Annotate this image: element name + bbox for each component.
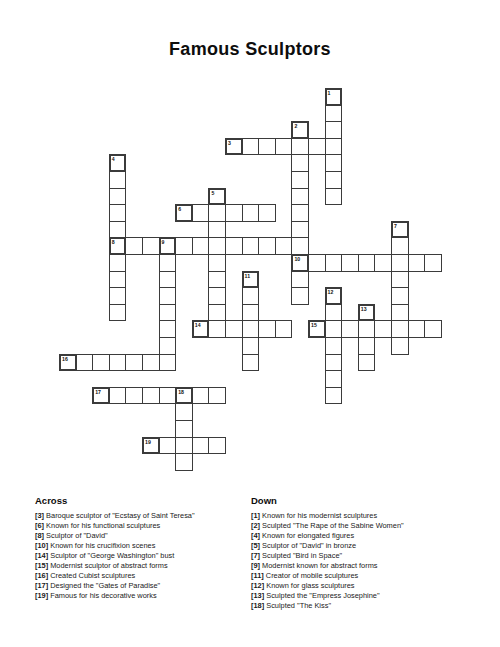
cell-number: 8 <box>112 239 115 245</box>
cell-r12c16[interactable]: 12 <box>325 287 343 305</box>
cell-number: 15 <box>311 322 317 328</box>
cell-r15c18[interactable] <box>358 337 376 355</box>
cell-r8c9[interactable] <box>208 221 226 239</box>
cell-r16c6[interactable] <box>159 354 177 372</box>
cell-r14c22[interactable] <box>424 320 442 338</box>
cell-r14c9[interactable] <box>208 320 226 338</box>
cell-r14c11[interactable] <box>242 320 260 338</box>
cell-r18c2[interactable]: 17 <box>92 387 110 405</box>
cell-r18c6[interactable] <box>159 387 177 405</box>
cell-r10c3[interactable] <box>109 254 127 272</box>
clue-number-label: [1] <box>251 511 260 520</box>
cell-r13c11[interactable] <box>242 304 260 322</box>
clue-number-label: [8] <box>35 531 44 540</box>
cell-r7c12[interactable] <box>258 204 276 222</box>
cell-number: 7 <box>394 223 397 229</box>
clue-number-label: [4] <box>251 531 260 540</box>
clue-number-label: [17] <box>35 581 48 590</box>
across-clue-6: [6] Known for his functional sculptures <box>35 521 245 531</box>
cell-r21c7[interactable] <box>175 437 193 455</box>
crossword-page: Famous Sculptors 12345678910111213141516… <box>0 0 500 647</box>
cell-r0c16[interactable]: 1 <box>325 88 343 106</box>
cell-r6c16[interactable] <box>325 188 343 206</box>
cell-r13c18[interactable]: 13 <box>358 304 376 322</box>
cell-r21c6[interactable] <box>159 437 177 455</box>
cell-r8c3[interactable] <box>109 221 127 239</box>
cell-r12c11[interactable] <box>242 287 260 305</box>
across-clue-15: [15] Modernist sculptor of abstract form… <box>35 561 245 571</box>
cell-r8c20[interactable]: 7 <box>391 221 409 239</box>
cell-r3c14[interactable] <box>291 138 309 156</box>
cell-r4c14[interactable] <box>291 154 309 172</box>
clue-number-label: [9] <box>251 561 260 570</box>
across-clue-3: [3] Baroque sculptor of "Ecstasy of Sain… <box>35 511 245 521</box>
cell-r13c3[interactable] <box>109 304 127 322</box>
cell-r11c9[interactable] <box>208 271 226 289</box>
down-clue-list: [1] Known for his modernist sculptures[2… <box>251 511 486 611</box>
cell-number: 13 <box>361 306 367 312</box>
cell-number: 17 <box>95 389 101 395</box>
cell-r16c18[interactable] <box>358 354 376 372</box>
cell-r10c20[interactable] <box>391 254 409 272</box>
cell-r11c3[interactable] <box>109 271 127 289</box>
cell-r7c3[interactable] <box>109 204 127 222</box>
cell-r16c1[interactable] <box>76 354 94 372</box>
cell-r14c8[interactable]: 14 <box>192 320 210 338</box>
clue-number-label: [13] <box>251 591 264 600</box>
cell-r14c21[interactable] <box>408 320 426 338</box>
clue-number-label: [11] <box>251 571 264 580</box>
cell-r7c14[interactable] <box>291 204 309 222</box>
cell-r14c12[interactable] <box>258 320 276 338</box>
clue-number-label: [3] <box>35 511 44 520</box>
clue-number-label: [10] <box>35 541 48 550</box>
down-header: Down <box>251 496 486 506</box>
cell-r20c7[interactable] <box>175 420 193 438</box>
crossword-grid: 12345678910111213141516171819 <box>59 88 441 470</box>
cell-r8c14[interactable] <box>291 221 309 239</box>
page-title: Famous Sculptors <box>0 39 500 59</box>
cell-number: 18 <box>178 389 184 395</box>
down-clue-7: [7] Sculpted "Bird in Space" <box>251 551 486 561</box>
cell-r10c6[interactable] <box>159 254 177 272</box>
cell-r14c6[interactable] <box>159 320 177 338</box>
clue-number-label: [5] <box>251 541 260 550</box>
cell-r9c10[interactable] <box>225 237 243 255</box>
cell-r15c16[interactable] <box>325 337 343 355</box>
cell-r7c10[interactable] <box>225 204 243 222</box>
down-clue-12: [12] Known for glass sculptures <box>251 581 486 591</box>
cell-r9c7[interactable] <box>175 237 193 255</box>
cell-number: 14 <box>195 322 201 328</box>
cell-r18c9[interactable] <box>208 387 226 405</box>
across-clue-19: [19] Famous for his decorative works <box>35 591 245 601</box>
down-clue-5: [5] Sculptor of "David" in bronze <box>251 541 486 551</box>
cell-r9c20[interactable] <box>391 237 409 255</box>
cell-r5c14[interactable] <box>291 171 309 189</box>
cell-r10c19[interactable] <box>374 254 392 272</box>
clue-number-label: [2] <box>251 521 260 530</box>
down-clue-9: [9] Modernist known for abstract forms <box>251 561 486 571</box>
cell-r16c5[interactable] <box>142 354 160 372</box>
cell-r18c5[interactable] <box>142 387 160 405</box>
cell-r12c3[interactable] <box>109 287 127 305</box>
cell-r14c13[interactable] <box>275 320 293 338</box>
cell-r14c18[interactable] <box>358 320 376 338</box>
cell-r6c3[interactable] <box>109 188 127 206</box>
cell-r22c7[interactable] <box>175 453 193 471</box>
down-clue-1: [1] Known for his modernist sculptures <box>251 511 486 521</box>
cell-r9c5[interactable] <box>142 237 160 255</box>
cell-number: 11 <box>245 273 250 279</box>
cell-r2c16[interactable] <box>325 121 343 139</box>
down-clue-2: [2] Sculpted "The Rape of the Sabine Wom… <box>251 521 486 531</box>
cell-r10c22[interactable] <box>424 254 442 272</box>
cell-r21c5[interactable]: 19 <box>142 437 160 455</box>
cell-r3c13[interactable] <box>275 138 293 156</box>
cell-r9c4[interactable] <box>125 237 143 255</box>
cell-r13c16[interactable] <box>325 304 343 322</box>
cell-r14c16[interactable] <box>325 320 343 338</box>
cell-r16c0[interactable]: 16 <box>59 354 77 372</box>
cell-r9c3[interactable]: 8 <box>109 237 127 255</box>
cell-number: 9 <box>162 239 165 245</box>
cell-r3c10[interactable]: 3 <box>225 138 243 156</box>
clue-number-label: [16] <box>35 571 48 580</box>
cell-r10c17[interactable] <box>341 254 359 272</box>
cell-r18c7[interactable]: 18 <box>175 387 193 405</box>
clue-number-label: [14] <box>35 551 48 560</box>
across-header: Across <box>35 496 245 506</box>
cell-r3c16[interactable] <box>325 138 343 156</box>
cell-r11c20[interactable] <box>391 271 409 289</box>
cell-r10c14[interactable]: 10 <box>291 254 309 272</box>
cell-r7c8[interactable] <box>192 204 210 222</box>
cell-r3c15[interactable] <box>308 138 326 156</box>
cell-r12c9[interactable] <box>208 287 226 305</box>
cell-r16c2[interactable] <box>92 354 110 372</box>
cell-r2c14[interactable]: 2 <box>291 121 309 139</box>
cell-r12c6[interactable] <box>159 287 177 305</box>
cell-r1c16[interactable] <box>325 105 343 123</box>
cell-r19c7[interactable] <box>175 403 193 421</box>
cell-r10c18[interactable] <box>358 254 376 272</box>
cell-number: 2 <box>294 123 297 129</box>
cell-r15c20[interactable] <box>391 337 409 355</box>
across-clue-10: [10] Known for his crucifixion scenes <box>35 541 245 551</box>
cell-r10c21[interactable] <box>408 254 426 272</box>
across-clue-17: [17] Designed the "Gates of Paradise" <box>35 581 245 591</box>
clue-number-label: [15] <box>35 561 48 570</box>
across-clue-8: [8] Sculptor of "David" <box>35 531 245 541</box>
cell-r11c14[interactable] <box>291 271 309 289</box>
across-clues-section: Across [3] Baroque sculptor of "Ecstasy … <box>35 496 245 601</box>
cell-r14c15[interactable]: 15 <box>308 320 326 338</box>
cell-r14c20[interactable] <box>391 320 409 338</box>
cell-number: 3 <box>228 140 231 146</box>
down-clue-4: [4] Known for elongated figures <box>251 531 486 541</box>
cell-r10c9[interactable] <box>208 254 226 272</box>
cell-r9c9[interactable] <box>208 237 226 255</box>
cell-number: 16 <box>62 356 68 362</box>
cell-r10c16[interactable] <box>325 254 343 272</box>
cell-r9c8[interactable] <box>192 237 210 255</box>
cell-r12c14[interactable] <box>291 287 309 305</box>
cell-r9c11[interactable] <box>242 237 260 255</box>
cell-r3c11[interactable] <box>242 138 260 156</box>
clue-number-label: [12] <box>251 581 264 590</box>
cell-r17c16[interactable] <box>325 370 343 388</box>
cell-r13c20[interactable] <box>391 304 409 322</box>
cell-r5c3[interactable] <box>109 171 127 189</box>
down-clues-section: Down [1] Known for his modernist sculptu… <box>251 496 486 611</box>
cell-r10c15[interactable] <box>308 254 326 272</box>
cell-r7c11[interactable] <box>242 204 260 222</box>
cell-r6c14[interactable] <box>291 188 309 206</box>
cell-r3c12[interactable] <box>258 138 276 156</box>
across-clue-list: [3] Baroque sculptor of "Ecstasy of Sain… <box>35 511 245 601</box>
cell-r18c16[interactable] <box>325 387 343 405</box>
cell-r18c8[interactable] <box>192 387 210 405</box>
cell-r14c17[interactable] <box>341 320 359 338</box>
cell-number: 12 <box>328 289 334 295</box>
cell-r9c13[interactable] <box>275 237 293 255</box>
cell-number: 4 <box>112 156 115 162</box>
clue-number-label: [19] <box>35 591 48 600</box>
cell-r15c6[interactable] <box>159 337 177 355</box>
cell-r9c12[interactable] <box>258 237 276 255</box>
cell-r18c3[interactable] <box>109 387 127 405</box>
cell-r13c9[interactable] <box>208 304 226 322</box>
cell-r18c4[interactable] <box>125 387 143 405</box>
cell-r7c9[interactable] <box>208 204 226 222</box>
cell-r9c14[interactable] <box>291 237 309 255</box>
across-clue-14: [14] Sculptor of "George Washington" bus… <box>35 551 245 561</box>
cell-number: 19 <box>145 439 151 445</box>
cell-number: 5 <box>211 190 214 196</box>
cell-r4c3[interactable]: 4 <box>109 154 127 172</box>
cell-r9c6[interactable]: 9 <box>159 237 177 255</box>
cell-r14c19[interactable] <box>374 320 392 338</box>
across-clue-16: [16] Created Cubist sculptures <box>35 571 245 581</box>
cell-r4c16[interactable] <box>325 154 343 172</box>
cell-r11c11[interactable]: 11 <box>242 271 260 289</box>
cell-r5c16[interactable] <box>325 171 343 189</box>
cell-r7c7[interactable]: 6 <box>175 204 193 222</box>
cell-r16c11[interactable] <box>242 354 260 372</box>
clue-number-label: [6] <box>35 521 44 530</box>
cell-r14c10[interactable] <box>225 320 243 338</box>
clue-number-label: [18] <box>251 601 264 610</box>
cell-r12c20[interactable] <box>391 287 409 305</box>
cell-r11c6[interactable] <box>159 271 177 289</box>
cell-number: 10 <box>294 256 300 262</box>
cell-r16c4[interactable] <box>125 354 143 372</box>
down-clue-11: [11] Creator of mobile sculptures <box>251 571 486 581</box>
cell-r16c3[interactable] <box>109 354 127 372</box>
cell-number: 6 <box>178 206 181 212</box>
down-clue-13: [13] Sculpted the "Empress Josephine" <box>251 591 486 601</box>
clue-number-label: [7] <box>251 551 260 560</box>
cell-r16c16[interactable] <box>325 354 343 372</box>
cell-r13c6[interactable] <box>159 304 177 322</box>
cell-r21c9[interactable] <box>208 437 226 455</box>
cell-number: 1 <box>328 90 331 96</box>
down-clue-18: [18] Sculpted "The Kiss" <box>251 601 486 611</box>
cell-r15c11[interactable] <box>242 337 260 355</box>
cell-r6c9[interactable]: 5 <box>208 188 226 206</box>
cell-r21c8[interactable] <box>192 437 210 455</box>
